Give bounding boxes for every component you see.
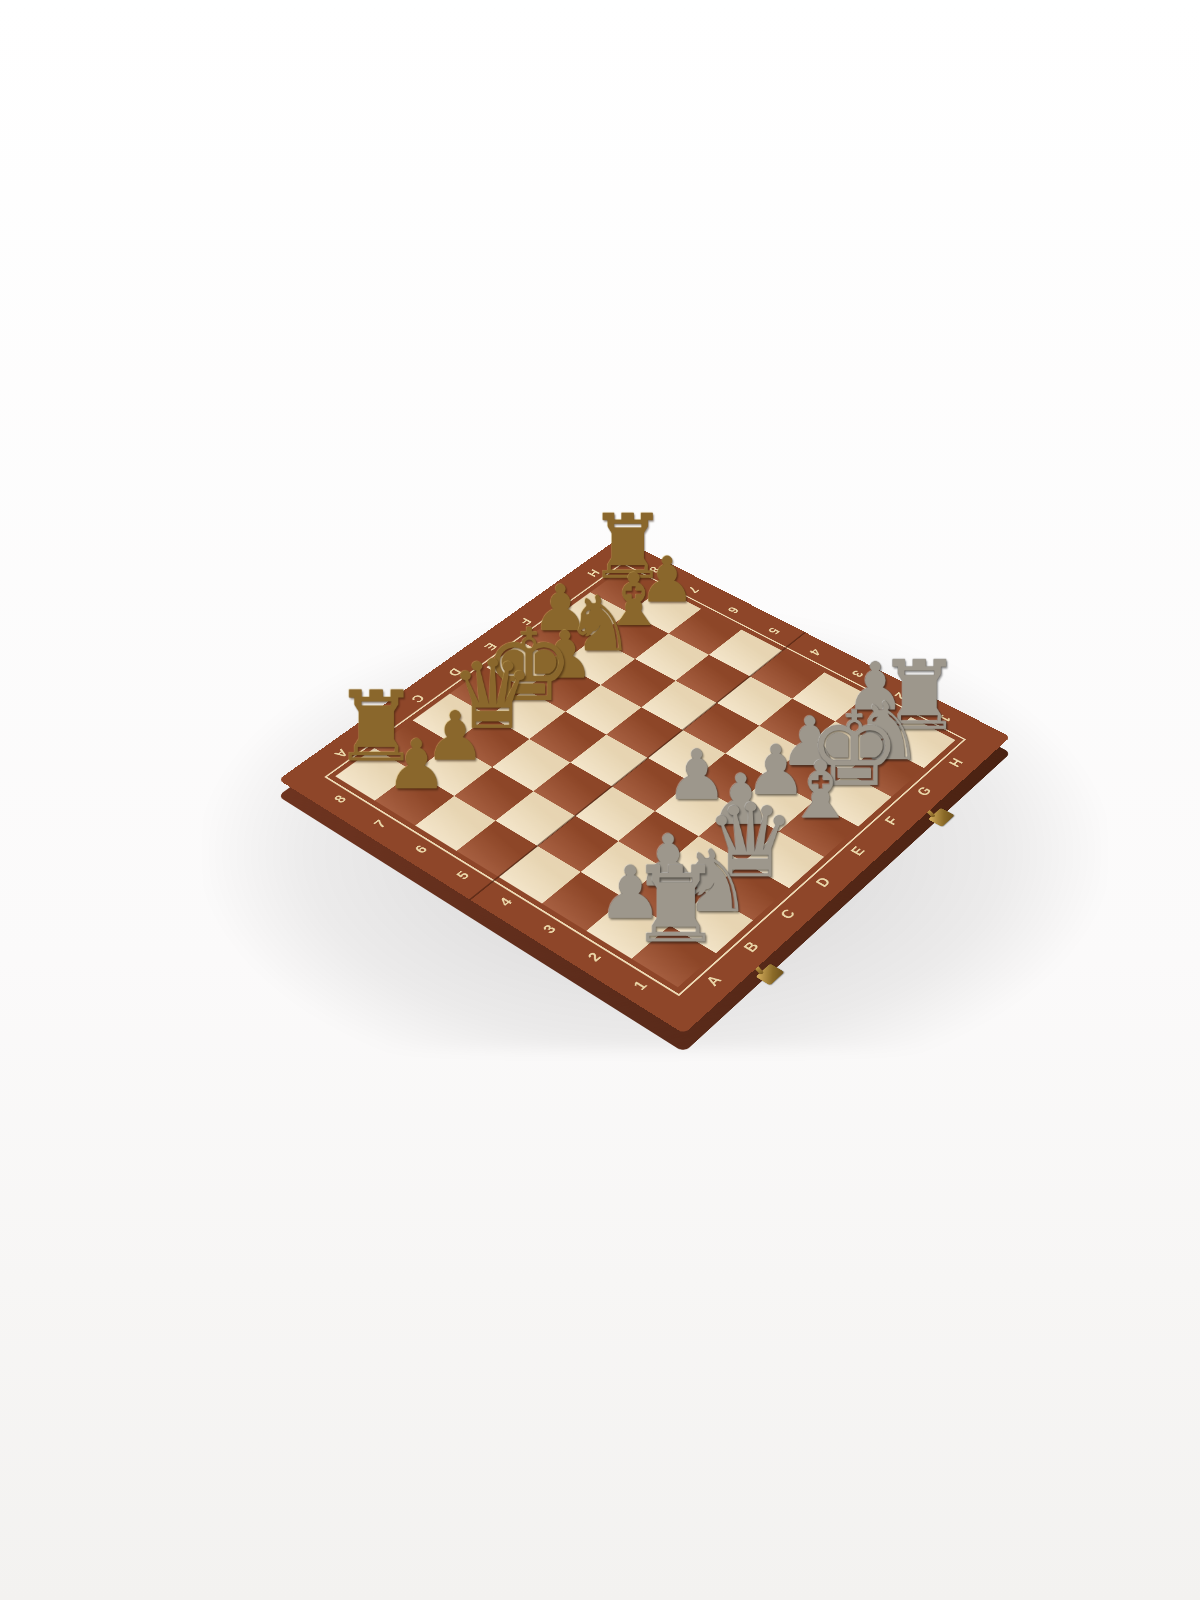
rank-label-left-3: 3 xyxy=(533,916,568,942)
rook-glyph: ♜ xyxy=(624,853,729,958)
product-photo-scene: AA11BB22CC33DD44EE55FF66GG77HH88♜♜♟♟♟♛♚♟… xyxy=(0,0,1200,1600)
pawn-glyph: ♟ xyxy=(368,731,466,799)
file-label-near-f: F xyxy=(876,809,908,832)
